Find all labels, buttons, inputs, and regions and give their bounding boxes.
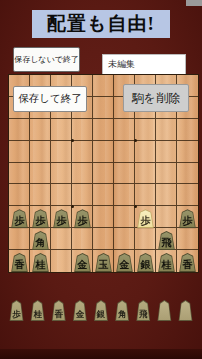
board-cell[interactable] [156,184,177,206]
piece-glyph: 歩 [12,210,28,227]
board-cell[interactable] [9,228,30,250]
board-cell[interactable] [156,119,177,141]
board-name-value: 未編集 [108,58,135,71]
bottom-shadow [0,349,202,359]
star-point [71,205,74,208]
board-cell[interactable] [30,163,51,185]
piece-glyph: 香 [12,254,28,271]
piece-glyph: 銀 [95,301,108,320]
piece-glyph: 歩 [75,210,91,227]
star-point [134,205,137,208]
board-cell[interactable] [72,184,93,206]
tray-piece-香[interactable]: 香 [51,300,66,321]
board-cell[interactable] [51,184,72,206]
board-cell[interactable] [30,141,51,163]
board-cell[interactable] [114,228,135,250]
board-cell[interactable] [177,141,198,163]
app-screen: 配置も自由! 保存しないで終了 未編集 歩歩歩歩歩歩角飛香桂金玉金銀桂香 保存し… [0,0,202,359]
board-cell[interactable] [51,163,72,185]
board-cell[interactable] [51,250,72,272]
piece-glyph: 銀 [138,254,154,271]
board-cell[interactable] [72,119,93,141]
board-name-input[interactable]: 未編集 [102,54,186,75]
board-cell[interactable] [51,119,72,141]
piece-glyph [158,301,171,320]
board-cell[interactable] [177,228,198,250]
board-cell[interactable] [72,141,93,163]
board-cell[interactable] [135,228,156,250]
piece-glyph: 金 [117,254,133,271]
board-cell[interactable] [93,228,114,250]
piece-glyph: 金 [75,254,91,271]
star-point [134,139,137,142]
board-cell[interactable] [30,119,51,141]
board-cell[interactable] [114,141,135,163]
board-cell[interactable] [177,163,198,185]
board-cell[interactable] [135,184,156,206]
piece-glyph: 桂 [33,254,49,271]
tray-piece-blank[interactable] [157,300,172,321]
piece-glyph: 桂 [159,254,175,271]
screen-corner-artifact [186,0,202,6]
board-cell[interactable] [114,163,135,185]
board-cell[interactable] [93,75,114,97]
piece-tray: 歩桂香金銀角飛 [0,300,202,322]
board-cell[interactable] [177,184,198,206]
piece-glyph: 歩 [54,210,70,227]
tray-piece-銀[interactable]: 銀 [94,300,109,321]
piece-glyph: 角 [33,232,49,249]
piece-glyph [179,301,192,320]
board-cell[interactable] [114,119,135,141]
board-cell[interactable] [156,163,177,185]
delete-piece-button[interactable]: 駒を削除 [123,84,189,112]
tray-piece-blank[interactable] [178,300,193,321]
tray-piece-金[interactable]: 金 [72,300,87,321]
board-cell[interactable] [51,141,72,163]
piece-glyph: 角 [116,301,129,320]
board-cell[interactable] [93,97,114,119]
board-cell[interactable] [114,206,135,228]
piece-glyph: 歩 [33,210,49,227]
piece-glyph: 玉 [96,254,112,271]
board-cell[interactable] [30,184,51,206]
tray-piece-飛[interactable]: 飛 [136,300,151,321]
exit-without-save-button[interactable]: 保存しないで終了 [13,47,80,72]
star-point [71,139,74,142]
board-cell[interactable] [93,206,114,228]
board-cell[interactable] [72,163,93,185]
board-cell[interactable] [9,163,30,185]
piece-glyph: 飛 [137,301,150,320]
board-cell[interactable] [93,184,114,206]
board-cell[interactable] [93,141,114,163]
board-cell[interactable] [177,119,198,141]
tray-piece-歩[interactable]: 歩 [9,300,24,321]
board-cell[interactable] [51,228,72,250]
piece-glyph: 香 [52,301,65,320]
board-cell[interactable] [9,184,30,206]
board-cell[interactable] [93,163,114,185]
board-cell[interactable] [72,228,93,250]
piece-glyph: 歩 [10,301,23,320]
tray-piece-桂[interactable]: 桂 [30,300,45,321]
board-cell[interactable] [93,119,114,141]
piece-glyph: 香 [180,254,196,271]
piece-glyph: 桂 [31,301,44,320]
tray-piece-角[interactable]: 角 [115,300,130,321]
board-cell[interactable] [156,141,177,163]
page-title: 配置も自由! [32,10,170,38]
piece-glyph: 歩 [138,210,154,227]
board-cell[interactable] [156,206,177,228]
piece-glyph: 歩 [180,210,196,227]
board-cell[interactable] [135,141,156,163]
piece-glyph: 金 [73,301,86,320]
board-cell[interactable] [135,163,156,185]
save-and-exit-button[interactable]: 保存して終了 [13,86,87,112]
board-cell[interactable] [114,184,135,206]
board-cell[interactable] [9,119,30,141]
piece-glyph: 飛 [159,232,175,249]
board-cell[interactable] [9,141,30,163]
board-cell[interactable] [135,119,156,141]
